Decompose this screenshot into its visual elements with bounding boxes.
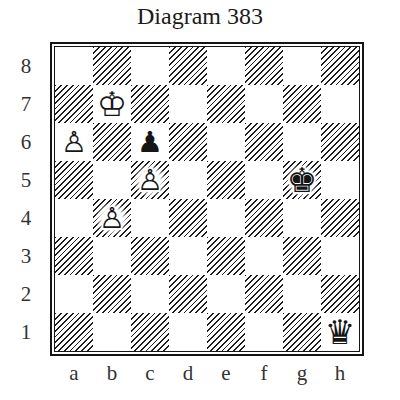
square-f1 [245,313,283,351]
white-pawn-piece: ♙ [131,161,169,199]
square-f5 [245,161,283,199]
square-e5 [207,161,245,199]
square-b8 [93,47,131,85]
file-label-g: g [283,361,321,386]
square-b5 [93,161,131,199]
black-queen-piece: ♛ [321,313,359,351]
white-pawn-piece: ♙ [55,123,93,161]
square-f3 [245,237,283,275]
square-b1 [93,313,131,351]
square-e1 [207,313,245,351]
file-label-d: d [169,361,207,386]
square-g7 [283,85,321,123]
square-c2 [131,275,169,313]
square-f6 [245,123,283,161]
square-c8 [131,47,169,85]
square-h5 [321,161,359,199]
square-g5: ♚ [283,161,321,199]
board-grid: ♔♙♟♙♚♙♛ [54,46,360,352]
square-d6 [169,123,207,161]
file-label-e: e [207,361,245,386]
square-g1 [283,313,321,351]
white-king-piece: ♔ [93,85,131,123]
square-d5 [169,161,207,199]
square-h2 [321,275,359,313]
square-f7 [245,85,283,123]
file-label-a: a [55,361,93,386]
square-g2 [283,275,321,313]
diagram-title: Diagram 383 [0,3,400,30]
square-c1 [131,313,169,351]
square-h6 [321,123,359,161]
chess-board: ♔♙♟♙♚♙♛ [50,42,364,356]
square-f2 [245,275,283,313]
rank-label-5: 5 [14,161,38,199]
file-labels: abcdefgh [55,361,359,386]
square-b7: ♔ [93,85,131,123]
square-a5 [55,161,93,199]
square-a2 [55,275,93,313]
square-g8 [283,47,321,85]
square-a3 [55,237,93,275]
square-g3 [283,237,321,275]
rank-label-4: 4 [14,199,38,237]
square-h7 [321,85,359,123]
square-e2 [207,275,245,313]
square-a4 [55,199,93,237]
square-d1 [169,313,207,351]
rank-label-3: 3 [14,237,38,275]
square-e7 [207,85,245,123]
file-label-h: h [321,361,359,386]
square-h8 [321,47,359,85]
square-c6: ♟ [131,123,169,161]
square-a1 [55,313,93,351]
square-c7 [131,85,169,123]
square-g4 [283,199,321,237]
square-f8 [245,47,283,85]
square-e3 [207,237,245,275]
square-b6 [93,123,131,161]
square-a7 [55,85,93,123]
rank-label-6: 6 [14,123,38,161]
square-f4 [245,199,283,237]
square-h4 [321,199,359,237]
square-a8 [55,47,93,85]
square-b3 [93,237,131,275]
square-e8 [207,47,245,85]
square-g6 [283,123,321,161]
square-d2 [169,275,207,313]
square-d7 [169,85,207,123]
square-c5: ♙ [131,161,169,199]
square-c3 [131,237,169,275]
chess-diagram-page: Diagram 383 87654321 ♔♙♟♙♚♙♛ abcdefgh [0,0,400,400]
white-pawn-piece: ♙ [93,199,131,237]
square-c4 [131,199,169,237]
rank-label-1: 1 [14,313,38,351]
square-a6: ♙ [55,123,93,161]
black-king-piece: ♚ [283,161,321,199]
file-label-b: b [93,361,131,386]
square-b2 [93,275,131,313]
rank-labels: 87654321 [14,47,38,351]
square-d4 [169,199,207,237]
file-label-c: c [131,361,169,386]
black-pawn-piece: ♟ [131,123,169,161]
rank-label-7: 7 [14,85,38,123]
square-h1: ♛ [321,313,359,351]
square-d3 [169,237,207,275]
square-d8 [169,47,207,85]
square-e6 [207,123,245,161]
rank-label-2: 2 [14,275,38,313]
square-b4: ♙ [93,199,131,237]
square-e4 [207,199,245,237]
rank-label-8: 8 [14,47,38,85]
square-h3 [321,237,359,275]
file-label-f: f [245,361,283,386]
